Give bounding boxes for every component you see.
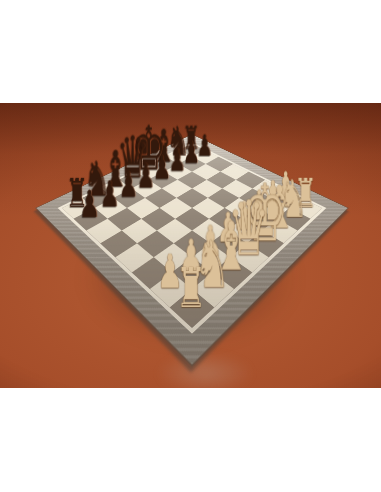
- board-shadow: [40, 183, 340, 373]
- black-pawn: ♟: [119, 167, 138, 202]
- square-c6: [127, 198, 160, 219]
- black-pawn: ♟: [136, 159, 155, 193]
- square-c7: ♟: [114, 189, 145, 208]
- square-b3: [154, 243, 192, 272]
- white-pawn: ♟: [263, 176, 283, 212]
- black-pawn: ♟: [168, 144, 185, 175]
- square-f5: [192, 180, 222, 198]
- square-a8: ♜: [62, 198, 95, 219]
- white-knight: ♞: [278, 173, 307, 225]
- square-g6: [192, 164, 220, 180]
- board-reflection: [140, 351, 270, 388]
- black-pawn: ♟: [183, 137, 200, 167]
- black-rook: ♜: [66, 172, 88, 212]
- square-b6: [107, 208, 141, 231]
- wood-grain-texture: [36, 135, 347, 365]
- white-bishop: ♝: [213, 213, 250, 280]
- table-surface-photo: ♜♟♟♜♞♟♟♞♝♟♟♝♚♟♟♚♛♟♟♛♝♟♟♝♞♟♟♞♜♟♟♜: [0, 103, 381, 388]
- square-a4: [115, 243, 153, 272]
- square-c4: [157, 219, 192, 244]
- square-e3: [209, 208, 243, 231]
- square-e5: [176, 189, 207, 208]
- square-e4: [192, 198, 225, 219]
- white-rook: ♜: [294, 172, 316, 212]
- square-f1: ♝: [262, 219, 297, 244]
- white-pawn: ♟: [248, 186, 269, 223]
- board-grid: ♜♟♟♜♞♟♟♞♝♟♟♝♚♟♟♚♛♟♟♛♝♟♟♝♞♟♟♞♜♟♟♜: [58, 142, 327, 333]
- square-d6: [145, 189, 176, 208]
- square-b5: [122, 219, 157, 244]
- black-pawn: ♟: [196, 131, 212, 160]
- square-g3: [239, 189, 270, 208]
- board-perspective-scene: ♜♟♟♜♞♟♟♞♝♟♟♝♚♟♟♚♛♟♟♛♝♟♟♝♞♟♟♞♜♟♟♜: [0, 103, 381, 388]
- square-g4: [222, 180, 252, 198]
- square-a5: [100, 231, 137, 258]
- square-e7: ♟: [148, 172, 177, 189]
- playing-area: ♜♟♟♜♞♟♟♞♝♟♟♝♚♟♟♚♛♟♟♛♝♟♟♝♞♟♟♞♜♟♟♜: [58, 142, 327, 333]
- bottom-white-margin: [0, 388, 381, 492]
- white-pawn: ♟: [198, 220, 222, 262]
- white-king: ♚: [243, 173, 287, 252]
- square-f8: ♝: [151, 157, 178, 172]
- square-h1: ♜: [290, 198, 323, 219]
- black-bishop: ♝: [102, 144, 130, 194]
- square-g2: ♟: [257, 198, 290, 219]
- square-e1: ♚: [247, 231, 284, 258]
- black-pawn: ♟: [100, 176, 120, 212]
- square-g5: [207, 172, 236, 189]
- square-d1: ♛: [230, 243, 268, 272]
- white-pawn: ♟: [157, 248, 183, 295]
- square-e8: ♚: [135, 164, 163, 180]
- black-bishop: ♝: [151, 123, 176, 168]
- square-b1: ♞: [192, 272, 234, 307]
- square-a3: [132, 257, 172, 289]
- square-c2: ♟: [192, 243, 230, 272]
- square-e2: ♟: [227, 219, 262, 244]
- square-d4: [175, 208, 209, 231]
- square-b4: [137, 231, 174, 258]
- square-a1: ♜: [170, 289, 214, 328]
- square-c8: ♝: [101, 180, 131, 198]
- square-a2: ♟: [150, 272, 192, 307]
- black-pawn: ♟: [153, 151, 171, 183]
- square-f2: ♟: [243, 208, 277, 231]
- white-pawn: ♟: [276, 167, 295, 202]
- black-rook: ♜: [183, 122, 201, 154]
- square-b8: ♞: [82, 189, 113, 208]
- white-pawn: ♟: [217, 207, 240, 248]
- square-d5: [159, 198, 192, 219]
- square-d7: ♟: [132, 180, 162, 198]
- square-g8: ♞: [165, 150, 192, 164]
- white-rook: ♜: [176, 259, 206, 314]
- top-white-margin: [0, 0, 381, 103]
- square-c3: [174, 231, 211, 258]
- square-h4: [236, 172, 265, 189]
- square-b7: ♟: [94, 198, 127, 219]
- square-f7: ♟: [164, 164, 192, 180]
- square-c1: ♝: [212, 257, 252, 289]
- square-e6: [162, 180, 192, 198]
- square-d2: ♟: [210, 231, 247, 258]
- white-queen: ♛: [228, 190, 270, 266]
- chessboard: ♜♟♟♜♞♟♟♞♝♟♟♝♚♟♟♚♛♟♟♛♝♟♟♝♞♟♟♞♜♟♟♜: [36, 135, 347, 365]
- square-g7: ♟: [178, 157, 205, 172]
- screenshot-page: ♜♟♟♜♞♟♟♞♝♟♟♝♚♟♟♚♛♟♟♛♝♟♟♝♞♟♟♞♜♟♟♜: [0, 0, 381, 492]
- square-h6: [206, 157, 233, 172]
- black-knight: ♞: [84, 155, 111, 203]
- square-h3: [252, 180, 282, 198]
- white-bishop: ♝: [263, 179, 296, 238]
- square-d8: ♛: [119, 172, 148, 189]
- square-h5: [220, 164, 248, 180]
- white-pawn: ♟: [233, 196, 255, 235]
- white-knight: ♞: [194, 232, 230, 297]
- lighting-overlay: [58, 142, 327, 333]
- black-knight: ♞: [167, 120, 190, 161]
- black-pawn: ♟: [79, 186, 100, 223]
- square-f4: [208, 189, 239, 208]
- square-f6: [177, 172, 206, 189]
- black-king: ♚: [132, 117, 166, 178]
- white-pawn: ♟: [179, 233, 204, 277]
- square-c5: [141, 208, 175, 231]
- black-queen: ♛: [117, 128, 149, 186]
- square-a7: ♟: [74, 208, 108, 231]
- square-h2: ♟: [270, 189, 301, 208]
- square-h7: ♟: [192, 150, 219, 164]
- square-b2: ♟: [172, 257, 212, 289]
- square-f3: [225, 198, 258, 219]
- square-a6: [86, 219, 121, 244]
- square-d3: [192, 219, 227, 244]
- square-g1: ♞: [277, 208, 311, 231]
- square-h8: ♜: [179, 144, 205, 157]
